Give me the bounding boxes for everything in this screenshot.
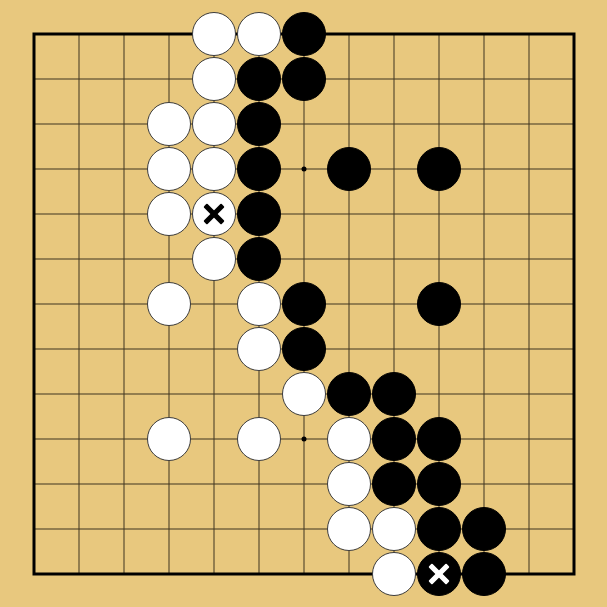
intersection-c2-r12[interactable] [102,552,147,597]
intersection-c2-r11[interactable] [102,507,147,552]
intersection-c10-r12[interactable] [462,552,507,597]
intersection-c3-r5[interactable] [147,237,192,282]
intersection-c10-r10[interactable] [462,462,507,507]
black-stone [417,552,461,596]
intersection-c6-r6[interactable] [282,282,327,327]
intersection-c5-r3[interactable] [237,147,282,192]
intersection-c9-r3[interactable] [417,147,462,192]
intersection-c4-r4[interactable] [192,192,237,237]
intersection-c11-r8[interactable] [507,372,552,417]
intersection-c0-r6[interactable] [12,282,57,327]
intersection-c10-r2[interactable] [462,102,507,147]
intersection-c1-r8[interactable] [57,372,102,417]
intersection-c0-r8[interactable] [12,372,57,417]
intersection-c6-r1[interactable] [282,57,327,102]
intersection-c2-r3[interactable] [102,147,147,192]
intersection-c8-r3[interactable] [372,147,417,192]
intersection-c9-r6[interactable] [417,282,462,327]
intersection-c0-r7[interactable] [12,327,57,372]
intersection-c12-r3[interactable] [552,147,597,192]
intersection-c9-r12[interactable] [417,552,462,597]
intersection-c11-r11[interactable] [507,507,552,552]
intersection-c10-r1[interactable] [462,57,507,102]
intersection-c0-r10[interactable] [12,462,57,507]
intersection-c2-r6[interactable] [102,282,147,327]
intersection-c1-r11[interactable] [57,507,102,552]
intersection-c9-r7[interactable] [417,327,462,372]
intersection-c9-r10[interactable] [417,462,462,507]
intersection-c6-r8[interactable] [282,372,327,417]
intersection-c10-r11[interactable] [462,507,507,552]
black-stone [237,102,281,146]
intersection-c8-r4[interactable] [372,192,417,237]
intersection-c1-r10[interactable] [57,462,102,507]
intersection-c7-r8[interactable] [327,372,372,417]
intersection-c5-r1[interactable] [237,57,282,102]
intersection-c3-r11[interactable] [147,507,192,552]
intersection-c6-r7[interactable] [282,327,327,372]
intersection-c11-r6[interactable] [507,282,552,327]
intersection-c1-r4[interactable] [57,192,102,237]
intersection-c3-r7[interactable] [147,327,192,372]
intersection-c0-r2[interactable] [12,102,57,147]
intersection-c3-r1[interactable] [147,57,192,102]
intersection-c5-r5[interactable] [237,237,282,282]
intersection-c3-r10[interactable] [147,462,192,507]
intersection-c7-r3[interactable] [327,147,372,192]
black-stone [237,192,281,236]
white-stone [192,12,236,56]
intersection-c8-r8[interactable] [372,372,417,417]
intersection-c11-r3[interactable] [507,147,552,192]
intersection-c12-r8[interactable] [552,372,597,417]
intersection-c5-r9[interactable] [237,417,282,462]
intersection-c3-r2[interactable] [147,102,192,147]
intersection-c5-r12[interactable] [237,552,282,597]
intersection-c4-r9[interactable] [192,417,237,462]
intersection-c10-r4[interactable] [462,192,507,237]
white-stone [327,507,371,551]
black-stone [327,147,371,191]
intersection-c9-r8[interactable] [417,372,462,417]
intersection-c11-r5[interactable] [507,237,552,282]
intersection-c2-r9[interactable] [102,417,147,462]
black-stone [282,327,326,371]
intersection-c8-r7[interactable] [372,327,417,372]
intersection-c6-r9[interactable] [282,417,327,462]
white-stone [192,57,236,101]
intersection-c8-r2[interactable] [372,102,417,147]
intersection-c4-r2[interactable] [192,102,237,147]
intersection-c0-r12[interactable] [12,552,57,597]
intersection-c5-r7[interactable] [237,327,282,372]
intersection-c12-r6[interactable] [552,282,597,327]
intersection-c10-r0[interactable] [462,12,507,57]
black-stone [282,12,326,56]
intersection-c7-r2[interactable] [327,102,372,147]
intersection-c10-r8[interactable] [462,372,507,417]
intersection-c4-r1[interactable] [192,57,237,102]
intersection-c3-r12[interactable] [147,552,192,597]
black-stone [417,462,461,506]
intersection-c0-r0[interactable] [12,12,57,57]
intersection-c11-r1[interactable] [507,57,552,102]
white-stone [147,102,191,146]
intersection-c8-r6[interactable] [372,282,417,327]
intersection-c7-r11[interactable] [327,507,372,552]
intersection-c12-r2[interactable] [552,102,597,147]
intersection-c12-r11[interactable] [552,507,597,552]
intersection-c6-r3[interactable] [282,147,327,192]
black-stone [417,417,461,461]
intersection-c7-r1[interactable] [327,57,372,102]
intersection-c2-r2[interactable] [102,102,147,147]
intersection-c2-r7[interactable] [102,327,147,372]
intersection-c3-r3[interactable] [147,147,192,192]
intersection-c7-r9[interactable] [327,417,372,462]
intersection-c12-r10[interactable] [552,462,597,507]
black-stone [462,507,506,551]
intersection-c0-r4[interactable] [12,192,57,237]
white-stone [282,372,326,416]
intersection-c12-r5[interactable] [552,237,597,282]
intersection-c4-r6[interactable] [192,282,237,327]
intersection-c3-r0[interactable] [147,12,192,57]
intersection-c8-r10[interactable] [372,462,417,507]
intersection-c8-r5[interactable] [372,237,417,282]
intersection-c7-r5[interactable] [327,237,372,282]
white-stone [372,552,416,596]
intersection-c11-r2[interactable] [507,102,552,147]
white-stone [192,102,236,146]
intersection-c2-r1[interactable] [102,57,147,102]
white-stone [192,147,236,191]
intersection-c6-r10[interactable] [282,462,327,507]
white-stone [327,417,371,461]
intersection-c12-r4[interactable] [552,192,597,237]
black-stone [282,282,326,326]
intersection-c4-r10[interactable] [192,462,237,507]
black-stone [237,147,281,191]
intersection-c6-r4[interactable] [282,192,327,237]
intersection-c9-r11[interactable] [417,507,462,552]
intersection-c4-r12[interactable] [192,552,237,597]
intersection-c5-r4[interactable] [237,192,282,237]
intersection-c8-r1[interactable] [372,57,417,102]
intersection-c10-r5[interactable] [462,237,507,282]
intersection-c7-r0[interactable] [327,12,372,57]
intersection-c8-r12[interactable] [372,552,417,597]
black-stone [372,462,416,506]
white-stone [192,237,236,281]
intersection-c12-r1[interactable] [552,57,597,102]
intersection-c4-r7[interactable] [192,327,237,372]
intersection-c4-r11[interactable] [192,507,237,552]
intersection-c1-r7[interactable] [57,327,102,372]
intersection-c9-r1[interactable] [417,57,462,102]
intersection-c2-r8[interactable] [102,372,147,417]
black-stone [462,552,506,596]
intersection-c4-r5[interactable] [192,237,237,282]
intersection-c5-r6[interactable] [237,282,282,327]
black-stone [372,417,416,461]
intersection-c5-r11[interactable] [237,507,282,552]
intersection-c4-r8[interactable] [192,372,237,417]
intersection-c11-r10[interactable] [507,462,552,507]
intersection-c0-r3[interactable] [12,147,57,192]
intersection-c1-r6[interactable] [57,282,102,327]
intersection-c2-r10[interactable] [102,462,147,507]
white-stone [372,507,416,551]
intersection-c2-r4[interactable] [102,192,147,237]
intersection-c4-r3[interactable] [192,147,237,192]
intersection-c3-r6[interactable] [147,282,192,327]
intersection-c1-r1[interactable] [57,57,102,102]
intersection-c0-r11[interactable] [12,507,57,552]
white-stone [147,417,191,461]
intersection-c10-r9[interactable] [462,417,507,462]
intersection-c7-r7[interactable] [327,327,372,372]
intersection-c1-r0[interactable] [57,12,102,57]
black-stone [327,372,371,416]
white-stone [237,12,281,56]
white-stone [147,147,191,191]
intersection-c1-r12[interactable] [57,552,102,597]
black-stone [417,507,461,551]
intersection-c7-r12[interactable] [327,552,372,597]
intersection-c3-r8[interactable] [147,372,192,417]
white-stone [192,192,236,236]
intersection-c9-r9[interactable] [417,417,462,462]
intersection-c4-r0[interactable] [192,12,237,57]
intersection-c1-r3[interactable] [57,147,102,192]
intersection-c11-r9[interactable] [507,417,552,462]
black-stone [237,237,281,281]
white-stone [237,327,281,371]
white-stone [147,192,191,236]
intersection-c12-r7[interactable] [552,327,597,372]
intersection-c7-r10[interactable] [327,462,372,507]
black-stone [417,147,461,191]
white-stone [327,462,371,506]
intersection-c11-r7[interactable] [507,327,552,372]
intersection-c5-r2[interactable] [237,102,282,147]
go-board [0,0,607,607]
intersection-c10-r6[interactable] [462,282,507,327]
intersection-c2-r0[interactable] [102,12,147,57]
white-stone [237,417,281,461]
intersection-c12-r9[interactable] [552,417,597,462]
white-stone [147,282,191,326]
black-stone [237,57,281,101]
black-stone [282,57,326,101]
intersection-c9-r2[interactable] [417,102,462,147]
intersection-c7-r4[interactable] [327,192,372,237]
intersection-c10-r3[interactable] [462,147,507,192]
intersection-c8-r11[interactable] [372,507,417,552]
intersection-c7-r6[interactable] [327,282,372,327]
intersection-c6-r5[interactable] [282,237,327,282]
intersection-c6-r0[interactable] [282,12,327,57]
intersection-c1-r5[interactable] [57,237,102,282]
intersection-c1-r2[interactable] [57,102,102,147]
black-stone [372,372,416,416]
intersection-c2-r5[interactable] [102,237,147,282]
intersection-c9-r5[interactable] [417,237,462,282]
intersection-c0-r9[interactable] [12,417,57,462]
intersection-c6-r12[interactable] [282,552,327,597]
board-intersections [12,12,597,597]
intersection-c6-r11[interactable] [282,507,327,552]
white-stone [237,282,281,326]
intersection-c12-r12[interactable] [552,552,597,597]
intersection-c5-r0[interactable] [237,12,282,57]
intersection-c11-r4[interactable] [507,192,552,237]
black-stone [417,282,461,326]
intersection-c5-r8[interactable] [237,372,282,417]
intersection-c8-r0[interactable] [372,12,417,57]
intersection-c5-r10[interactable] [237,462,282,507]
intersection-c3-r9[interactable] [147,417,192,462]
intersection-c8-r9[interactable] [372,417,417,462]
intersection-c6-r2[interactable] [282,102,327,147]
intersection-c9-r4[interactable] [417,192,462,237]
intersection-c0-r1[interactable] [12,57,57,102]
intersection-c10-r7[interactable] [462,327,507,372]
intersection-c3-r4[interactable] [147,192,192,237]
intersection-c12-r0[interactable] [552,12,597,57]
intersection-c0-r5[interactable] [12,237,57,282]
intersection-c1-r9[interactable] [57,417,102,462]
intersection-c11-r12[interactable] [507,552,552,597]
intersection-c11-r0[interactable] [507,12,552,57]
intersection-c9-r0[interactable] [417,12,462,57]
